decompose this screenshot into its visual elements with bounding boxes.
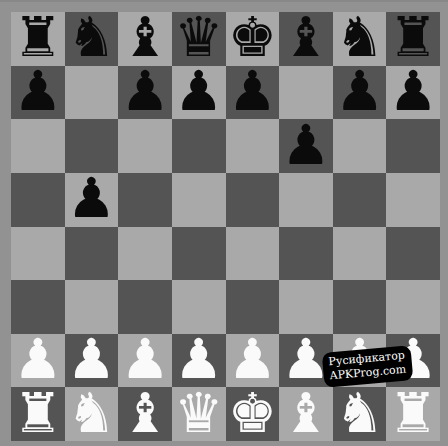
square-g7[interactable]: ♟	[333, 66, 387, 120]
square-e5[interactable]	[226, 173, 280, 227]
square-a7[interactable]: ♟	[11, 66, 65, 120]
white-pawn-piece: ♟	[67, 333, 116, 386]
square-h6[interactable]	[386, 119, 440, 173]
square-g5[interactable]	[333, 173, 387, 227]
square-a5[interactable]	[11, 173, 65, 227]
square-h3[interactable]	[386, 280, 440, 334]
black-pawn-piece: ♟	[281, 119, 330, 172]
square-a1[interactable]: ♜	[11, 387, 65, 441]
square-a2[interactable]: ♟	[11, 334, 65, 388]
square-a8[interactable]: ♜	[11, 12, 65, 66]
white-pawn-piece: ♟	[120, 333, 169, 386]
square-f5[interactable]	[279, 173, 333, 227]
black-knight-piece: ♞	[67, 11, 116, 64]
square-e4[interactable]	[226, 227, 280, 281]
white-queen-piece: ♛	[174, 387, 223, 440]
white-rook-piece: ♜	[13, 387, 62, 440]
black-queen-piece: ♛	[174, 11, 223, 64]
square-f1[interactable]: ♝	[279, 387, 333, 441]
square-d1[interactable]: ♛	[172, 387, 226, 441]
square-f7[interactable]	[279, 66, 333, 120]
square-d2[interactable]: ♟	[172, 334, 226, 388]
white-pawn-piece: ♟	[228, 333, 277, 386]
black-pawn-piece: ♟	[228, 65, 277, 118]
square-d3[interactable]	[172, 280, 226, 334]
square-g4[interactable]	[333, 227, 387, 281]
black-pawn-piece: ♟	[13, 65, 62, 118]
square-c8[interactable]: ♝	[118, 12, 172, 66]
square-e6[interactable]	[226, 119, 280, 173]
square-c3[interactable]	[118, 280, 172, 334]
square-f4[interactable]	[279, 227, 333, 281]
square-g8[interactable]: ♞	[333, 12, 387, 66]
square-c6[interactable]	[118, 119, 172, 173]
square-c2[interactable]: ♟	[118, 334, 172, 388]
white-knight-piece: ♞	[335, 387, 384, 440]
black-bishop-piece: ♝	[281, 11, 330, 64]
black-pawn-piece: ♟	[174, 65, 223, 118]
chess-app-screen: ♜♞♝♛♚♝♞♜♟♟♟♟♟♟♟♟♟♟♟♟♟♟♟♟♜♞♝♛♚♝♞♜ Русифик…	[0, 0, 448, 446]
black-pawn-piece: ♟	[335, 65, 384, 118]
square-g6[interactable]	[333, 119, 387, 173]
square-c4[interactable]	[118, 227, 172, 281]
square-b7[interactable]	[65, 66, 119, 120]
square-d8[interactable]: ♛	[172, 12, 226, 66]
square-c7[interactable]: ♟	[118, 66, 172, 120]
square-d7[interactable]: ♟	[172, 66, 226, 120]
square-b4[interactable]	[65, 227, 119, 281]
square-h1[interactable]: ♜	[386, 387, 440, 441]
white-rook-piece: ♜	[389, 387, 438, 440]
square-h7[interactable]: ♟	[386, 66, 440, 120]
square-f3[interactable]	[279, 280, 333, 334]
square-d4[interactable]	[172, 227, 226, 281]
square-b1[interactable]: ♞	[65, 387, 119, 441]
square-c1[interactable]: ♝	[118, 387, 172, 441]
white-knight-piece: ♞	[67, 387, 116, 440]
square-c5[interactable]	[118, 173, 172, 227]
square-h8[interactable]: ♜	[386, 12, 440, 66]
square-e2[interactable]: ♟	[226, 334, 280, 388]
square-e8[interactable]: ♚	[226, 12, 280, 66]
square-g1[interactable]: ♞	[333, 387, 387, 441]
square-d6[interactable]	[172, 119, 226, 173]
square-h5[interactable]	[386, 173, 440, 227]
black-pawn-piece: ♟	[67, 172, 116, 225]
square-f8[interactable]: ♝	[279, 12, 333, 66]
white-king-piece: ♚	[228, 387, 277, 440]
square-e7[interactable]: ♟	[226, 66, 280, 120]
square-e3[interactable]	[226, 280, 280, 334]
black-bishop-piece: ♝	[120, 11, 169, 64]
square-f6[interactable]: ♟	[279, 119, 333, 173]
square-e1[interactable]: ♚	[226, 387, 280, 441]
white-pawn-piece: ♟	[13, 333, 62, 386]
square-b6[interactable]	[65, 119, 119, 173]
black-rook-piece: ♜	[13, 11, 62, 64]
black-knight-piece: ♞	[335, 11, 384, 64]
black-pawn-piece: ♟	[120, 65, 169, 118]
white-bishop-piece: ♝	[281, 387, 330, 440]
square-h4[interactable]	[386, 227, 440, 281]
square-b3[interactable]	[65, 280, 119, 334]
black-king-piece: ♚	[228, 11, 277, 64]
black-pawn-piece: ♟	[389, 65, 438, 118]
square-d5[interactable]	[172, 173, 226, 227]
white-pawn-piece: ♟	[174, 333, 223, 386]
black-rook-piece: ♜	[389, 11, 438, 64]
white-bishop-piece: ♝	[120, 387, 169, 440]
square-b8[interactable]: ♞	[65, 12, 119, 66]
square-b2[interactable]: ♟	[65, 334, 119, 388]
square-a4[interactable]	[11, 227, 65, 281]
square-a3[interactable]	[11, 280, 65, 334]
square-b5[interactable]: ♟	[65, 173, 119, 227]
square-g3[interactable]	[333, 280, 387, 334]
square-a6[interactable]	[11, 119, 65, 173]
